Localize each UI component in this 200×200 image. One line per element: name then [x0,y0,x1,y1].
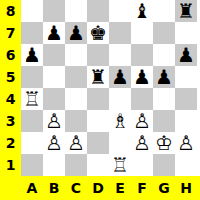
square-e4[interactable] [109,88,131,110]
piece-black-rook: ♜ [177,0,195,22]
square-f6[interactable] [131,44,153,66]
square-e2[interactable] [109,132,131,154]
square-b4[interactable] [43,88,65,110]
square-h7[interactable] [175,22,197,44]
square-e1[interactable]: ♖ [109,154,131,176]
square-h2[interactable]: ♙ [175,132,197,154]
piece-black-pawn: ♟ [177,44,195,66]
rank-label-1: 1 [0,154,21,176]
piece-black-pawn: ♟ [155,66,173,88]
square-f5[interactable]: ♟ [131,66,153,88]
piece-white-bishop: ♗ [111,110,129,132]
square-b1[interactable] [43,154,65,176]
square-h1[interactable] [175,154,197,176]
square-c6[interactable] [65,44,87,66]
square-c4[interactable] [65,88,87,110]
square-h4[interactable] [175,88,197,110]
piece-black-pawn: ♟ [133,66,151,88]
piece-black-rook: ♜ [89,66,107,88]
rank-label-5: 5 [0,66,21,88]
square-c1[interactable] [65,154,87,176]
square-a7[interactable] [21,22,43,44]
square-d1[interactable] [87,154,109,176]
rank-label-2: 2 [0,132,21,154]
square-d2[interactable] [87,132,109,154]
piece-white-pawn: ♙ [177,132,195,154]
square-f3[interactable]: ♙ [131,110,153,132]
square-g6[interactable] [153,44,175,66]
square-a5[interactable] [21,66,43,88]
square-d8[interactable] [87,0,109,22]
square-c2[interactable]: ♙ [65,132,87,154]
file-label-h: H [175,176,197,200]
piece-white-pawn: ♙ [133,132,151,154]
square-f1[interactable] [131,154,153,176]
square-a8[interactable] [21,0,43,22]
chess-board: ♝♜♟♟♚♟♟♜♟♟♟♖♙♗♙♙♙♙♔♙♖ [21,0,197,176]
square-g3[interactable] [153,110,175,132]
rank-labels: 87654321 [0,0,21,176]
file-label-f: F [131,176,153,200]
piece-white-rook: ♖ [23,88,41,110]
piece-black-pawn: ♟ [67,22,85,44]
piece-black-pawn: ♟ [23,44,41,66]
square-b7[interactable]: ♟ [43,22,65,44]
square-g2[interactable]: ♔ [153,132,175,154]
piece-white-pawn: ♙ [45,110,63,132]
square-b5[interactable] [43,66,65,88]
square-g7[interactable] [153,22,175,44]
square-a1[interactable] [21,154,43,176]
square-c8[interactable] [65,0,87,22]
square-b6[interactable] [43,44,65,66]
square-d4[interactable] [87,88,109,110]
square-e5[interactable]: ♟ [109,66,131,88]
rank-label-7: 7 [0,22,21,44]
file-label-c: C [65,176,87,200]
square-c7[interactable]: ♟ [65,22,87,44]
square-e6[interactable] [109,44,131,66]
square-d5[interactable]: ♜ [87,66,109,88]
rank-label-6: 6 [0,44,21,66]
square-a2[interactable] [21,132,43,154]
piece-black-bishop: ♝ [133,0,151,22]
square-h8[interactable]: ♜ [175,0,197,22]
board-right-margin [197,0,200,176]
square-g5[interactable]: ♟ [153,66,175,88]
piece-black-pawn: ♟ [45,22,63,44]
square-h3[interactable] [175,110,197,132]
square-d3[interactable] [87,110,109,132]
square-f8[interactable]: ♝ [131,0,153,22]
file-label-g: G [153,176,175,200]
square-f4[interactable] [131,88,153,110]
piece-black-king: ♚ [89,22,107,44]
square-c3[interactable] [65,110,87,132]
square-a3[interactable] [21,110,43,132]
file-label-a: A [21,176,43,200]
file-label-b: B [43,176,65,200]
chess-diagram: 87654321 ♝♜♟♟♚♟♟♜♟♟♟♖♙♗♙♙♙♙♔♙♖ ABCDEFGH [0,0,200,200]
square-a6[interactable]: ♟ [21,44,43,66]
piece-white-king: ♔ [155,132,173,154]
square-b8[interactable] [43,0,65,22]
square-d7[interactable]: ♚ [87,22,109,44]
square-h6[interactable]: ♟ [175,44,197,66]
square-a4[interactable]: ♖ [21,88,43,110]
piece-white-pawn: ♙ [67,132,85,154]
square-b2[interactable]: ♙ [43,132,65,154]
square-f2[interactable]: ♙ [131,132,153,154]
square-h5[interactable] [175,66,197,88]
square-g8[interactable] [153,0,175,22]
file-label-d: D [87,176,109,200]
rank-label-3: 3 [0,110,21,132]
rank-label-4: 4 [0,88,21,110]
square-e7[interactable] [109,22,131,44]
square-g1[interactable] [153,154,175,176]
square-b3[interactable]: ♙ [43,110,65,132]
square-g4[interactable] [153,88,175,110]
square-e3[interactable]: ♗ [109,110,131,132]
piece-white-pawn: ♙ [133,110,151,132]
square-d6[interactable] [87,44,109,66]
square-f7[interactable] [131,22,153,44]
piece-white-rook: ♖ [111,154,129,176]
square-c5[interactable] [65,66,87,88]
square-e8[interactable] [109,0,131,22]
piece-white-pawn: ♙ [45,132,63,154]
piece-black-pawn: ♟ [111,66,129,88]
file-labels: ABCDEFGH [0,176,200,200]
file-label-e: E [109,176,131,200]
rank-label-8: 8 [0,0,21,22]
